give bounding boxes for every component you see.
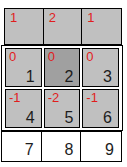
cell-number: 5 xyxy=(64,109,73,126)
red-annotation: -1 xyxy=(86,91,98,105)
red-annotation: -2 xyxy=(48,91,60,105)
cell-number: 2 xyxy=(64,68,73,85)
cell-r1c2[interactable]: 2 xyxy=(44,9,83,44)
board: 1 2 1 0 1 0 2 0 3 -1 4 xyxy=(0,0,127,167)
cell-r2c2-highlighted[interactable]: 0 2 xyxy=(44,48,81,87)
red-annotation: 0 xyxy=(9,50,16,64)
cell-r3c3[interactable]: -1 6 xyxy=(82,89,119,128)
cell-r4c1[interactable]: 7 xyxy=(2,132,42,161)
red-annotation: -1 xyxy=(9,91,21,105)
cell-r3c1[interactable]: -1 4 xyxy=(5,89,42,128)
cell-r2c1[interactable]: 0 1 xyxy=(5,48,42,87)
clue-row: 1 2 1 xyxy=(4,8,122,45)
middle-block-frame: 0 1 0 2 0 3 -1 4 -2 5 -1 6 xyxy=(1,45,123,131)
red-annotation: 1 xyxy=(10,11,17,25)
cell-number: 7 xyxy=(25,141,34,158)
cell-r3c2[interactable]: -2 5 xyxy=(44,89,81,128)
red-annotation: 0 xyxy=(48,50,55,64)
cell-r4c3[interactable]: 9 xyxy=(81,132,121,161)
middle-block-grid: 0 1 0 2 0 3 -1 4 -2 5 -1 6 xyxy=(5,48,119,128)
red-annotation: 2 xyxy=(49,11,56,25)
red-annotation: 1 xyxy=(87,11,94,25)
cell-r2c3[interactable]: 0 3 xyxy=(82,48,119,87)
cell-r1c3[interactable]: 1 xyxy=(82,9,121,44)
cell-number: 3 xyxy=(103,68,112,85)
red-annotation: 0 xyxy=(86,50,93,64)
cell-number: 8 xyxy=(64,141,73,158)
cell-number: 1 xyxy=(26,68,35,85)
cell-r4c2[interactable]: 8 xyxy=(42,132,82,161)
cell-number: 4 xyxy=(26,109,35,126)
cell-number: 6 xyxy=(103,109,112,126)
cell-number: 9 xyxy=(105,141,114,158)
open-row: 7 8 9 xyxy=(1,131,122,162)
cell-r1c1[interactable]: 1 xyxy=(5,9,44,44)
